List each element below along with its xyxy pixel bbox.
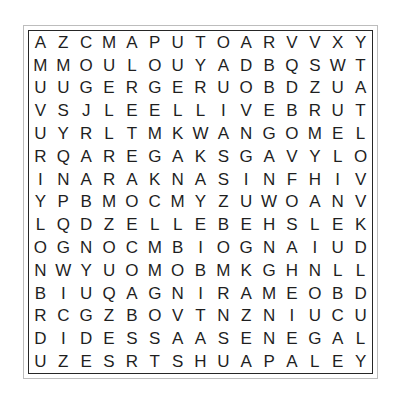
grid-cell[interactable]: P <box>52 191 75 214</box>
grid-cell[interactable]: N <box>29 259 52 282</box>
grid-cell[interactable]: K <box>143 168 166 191</box>
grid-cell[interactable]: T <box>349 54 372 77</box>
grid-cell[interactable]: L <box>166 213 189 236</box>
grid-cell[interactable]: M <box>212 259 235 282</box>
grid-cell[interactable]: R <box>98 145 121 168</box>
grid-cell[interactable]: I <box>52 327 75 350</box>
grid-cell[interactable]: E <box>75 350 98 373</box>
grid-cell[interactable]: T <box>143 350 166 373</box>
grid-cell[interactable]: R <box>258 31 281 54</box>
grid-cell[interactable]: N <box>258 327 281 350</box>
grid-cell[interactable]: U <box>326 77 349 100</box>
grid-cell[interactable]: O <box>120 191 143 214</box>
grid-cell[interactable]: N <box>166 282 189 305</box>
grid-cell[interactable]: S <box>281 213 304 236</box>
grid-cell[interactable]: L <box>120 54 143 77</box>
grid-cell[interactable]: O <box>212 236 235 259</box>
grid-cell[interactable]: Y <box>349 350 372 373</box>
grid-cell[interactable]: N <box>258 305 281 328</box>
grid-cell[interactable]: X <box>326 31 349 54</box>
grid-cell[interactable]: S <box>212 145 235 168</box>
grid-cell[interactable]: I <box>29 168 52 191</box>
grid-cell[interactable]: N <box>235 122 258 145</box>
grid-cell[interactable]: A <box>258 145 281 168</box>
grid-cell[interactable]: C <box>143 191 166 214</box>
grid-cell[interactable]: S <box>212 168 235 191</box>
grid-cell[interactable]: S <box>303 54 326 77</box>
grid-cell[interactable]: U <box>349 305 372 328</box>
grid-cell[interactable]: Y <box>349 31 372 54</box>
grid-cell[interactable]: A <box>303 191 326 214</box>
grid-cell[interactable]: R <box>29 305 52 328</box>
grid-cell[interactable]: L <box>98 99 121 122</box>
grid-cell[interactable]: A <box>281 350 304 373</box>
grid-cell[interactable]: R <box>120 77 143 100</box>
grid-cell[interactable]: Q <box>52 145 75 168</box>
grid-cell[interactable]: B <box>29 282 52 305</box>
grid-cell[interactable]: K <box>235 259 258 282</box>
grid-cell[interactable]: O <box>166 259 189 282</box>
grid-cell[interactable]: Y <box>303 145 326 168</box>
grid-cell[interactable]: E <box>189 213 212 236</box>
grid-cell[interactable]: B <box>326 282 349 305</box>
grid-cell[interactable]: S <box>52 99 75 122</box>
grid-cell[interactable]: A <box>75 145 98 168</box>
grid-cell[interactable]: R <box>120 350 143 373</box>
grid-cell[interactable]: S <box>166 350 189 373</box>
grid-cell[interactable]: Q <box>98 282 121 305</box>
grid-cell[interactable]: C <box>120 236 143 259</box>
grid-cell[interactable]: D <box>75 213 98 236</box>
grid-cell[interactable]: M <box>29 54 52 77</box>
grid-cell[interactable]: V <box>29 99 52 122</box>
grid-cell[interactable]: U <box>166 54 189 77</box>
grid-cell[interactable]: V <box>235 99 258 122</box>
grid-cell[interactable]: U <box>326 236 349 259</box>
grid-cell[interactable]: O <box>349 145 372 168</box>
grid-cell[interactable]: U <box>98 54 121 77</box>
grid-cell[interactable]: L <box>189 99 212 122</box>
grid-cell[interactable]: A <box>166 145 189 168</box>
grid-cell[interactable]: P <box>258 350 281 373</box>
grid-cell[interactable]: C <box>52 305 75 328</box>
grid-cell[interactable]: O <box>235 77 258 100</box>
grid-cell[interactable]: W <box>326 54 349 77</box>
grid-cell[interactable]: N <box>166 168 189 191</box>
grid-cell[interactable]: U <box>52 77 75 100</box>
grid-cell[interactable]: O <box>143 54 166 77</box>
grid-cell[interactable]: E <box>120 145 143 168</box>
grid-cell[interactable]: A <box>120 31 143 54</box>
grid-cell[interactable]: U <box>29 77 52 100</box>
grid-cell[interactable]: A <box>120 282 143 305</box>
grid-cell[interactable]: A <box>235 350 258 373</box>
grid-cell[interactable]: Y <box>189 191 212 214</box>
grid-cell[interactable]: R <box>29 145 52 168</box>
grid-cell[interactable]: A <box>326 327 349 350</box>
grid-cell[interactable]: L <box>303 213 326 236</box>
grid-cell[interactable]: L <box>349 122 372 145</box>
grid-cell[interactable]: A <box>75 168 98 191</box>
grid-cell[interactable]: M <box>166 191 189 214</box>
grid-cell[interactable]: I <box>303 236 326 259</box>
grid-cell[interactable]: M <box>258 282 281 305</box>
grid-cell[interactable]: U <box>303 305 326 328</box>
grid-cell[interactable]: I <box>281 305 304 328</box>
grid-cell[interactable]: O <box>212 31 235 54</box>
grid-cell[interactable]: R <box>303 99 326 122</box>
grid-cell[interactable]: P <box>143 31 166 54</box>
grid-cell[interactable]: A <box>281 236 304 259</box>
grid-cell[interactable]: T <box>120 122 143 145</box>
grid-cell[interactable]: G <box>143 282 166 305</box>
grid-cell[interactable]: J <box>75 99 98 122</box>
grid-cell[interactable]: E <box>281 327 304 350</box>
grid-cell[interactable]: Y <box>29 191 52 214</box>
grid-cell[interactable]: H <box>258 213 281 236</box>
grid-cell[interactable]: O <box>98 236 121 259</box>
grid-cell[interactable]: O <box>29 236 52 259</box>
grid-cell[interactable]: E <box>326 350 349 373</box>
grid-cell[interactable]: A <box>189 327 212 350</box>
grid-cell[interactable]: M <box>52 54 75 77</box>
grid-cell[interactable]: L <box>98 122 121 145</box>
grid-cell[interactable]: A <box>212 54 235 77</box>
grid-cell[interactable]: M <box>98 31 121 54</box>
grid-cell[interactable]: M <box>303 122 326 145</box>
grid-cell[interactable]: A <box>349 77 372 100</box>
grid-cell[interactable]: L <box>349 259 372 282</box>
grid-cell[interactable]: M <box>143 122 166 145</box>
grid-cell[interactable]: I <box>189 236 212 259</box>
grid-cell[interactable]: G <box>143 145 166 168</box>
grid-cell[interactable]: N <box>258 168 281 191</box>
grid-cell[interactable]: B <box>75 191 98 214</box>
grid-cell[interactable]: A <box>235 282 258 305</box>
grid-cell[interactable]: O <box>75 54 98 77</box>
grid-cell[interactable]: T <box>349 99 372 122</box>
grid-cell[interactable]: K <box>349 213 372 236</box>
grid-cell[interactable]: U <box>326 99 349 122</box>
grid-cell[interactable]: B <box>258 77 281 100</box>
grid-cell[interactable]: O <box>281 191 304 214</box>
grid-cell[interactable]: L <box>326 145 349 168</box>
grid-cell[interactable]: G <box>52 236 75 259</box>
grid-cell[interactable]: Z <box>52 31 75 54</box>
grid-cell[interactable]: D <box>75 327 98 350</box>
grid-cell[interactable]: U <box>212 350 235 373</box>
grid-cell[interactable]: Y <box>75 259 98 282</box>
grid-cell[interactable]: E <box>166 77 189 100</box>
grid-cell[interactable]: W <box>52 259 75 282</box>
grid-cell[interactable]: V <box>281 31 304 54</box>
grid-cell[interactable]: E <box>120 99 143 122</box>
grid-cell[interactable]: O <box>281 122 304 145</box>
grid-cell[interactable]: N <box>212 305 235 328</box>
grid-cell[interactable]: O <box>303 282 326 305</box>
grid-cell[interactable]: Z <box>303 77 326 100</box>
grid-cell[interactable]: B <box>258 54 281 77</box>
grid-cell[interactable]: E <box>258 99 281 122</box>
grid-cell[interactable]: G <box>143 77 166 100</box>
grid-cell[interactable]: E <box>281 282 304 305</box>
grid-cell[interactable]: N <box>75 236 98 259</box>
grid-cell[interactable]: U <box>29 350 52 373</box>
grid-cell[interactable]: C <box>75 31 98 54</box>
grid-cell[interactable]: V <box>349 191 372 214</box>
grid-cell[interactable]: W <box>258 191 281 214</box>
grid-cell[interactable]: R <box>75 122 98 145</box>
grid-cell[interactable]: O <box>120 259 143 282</box>
grid-cell[interactable]: E <box>143 99 166 122</box>
grid-cell[interactable]: Q <box>52 213 75 236</box>
grid-cell[interactable]: E <box>235 213 258 236</box>
grid-cell[interactable]: E <box>120 213 143 236</box>
grid-cell[interactable]: C <box>326 305 349 328</box>
grid-cell[interactable]: A <box>120 168 143 191</box>
grid-cell[interactable]: I <box>326 168 349 191</box>
grid-cell[interactable]: K <box>166 122 189 145</box>
grid-cell[interactable]: B <box>212 213 235 236</box>
grid-cell[interactable]: V <box>303 31 326 54</box>
grid-cell[interactable]: D <box>29 327 52 350</box>
grid-cell[interactable]: Y <box>52 122 75 145</box>
grid-cell[interactable]: D <box>349 236 372 259</box>
grid-cell[interactable]: T <box>189 305 212 328</box>
grid-cell[interactable]: U <box>98 259 121 282</box>
grid-cell[interactable]: I <box>212 99 235 122</box>
grid-cell[interactable]: F <box>281 168 304 191</box>
grid-cell[interactable]: V <box>166 305 189 328</box>
grid-cell[interactable]: A <box>235 31 258 54</box>
grid-cell[interactable]: U <box>212 77 235 100</box>
grid-cell[interactable]: H <box>189 350 212 373</box>
grid-cell[interactable]: W <box>189 122 212 145</box>
grid-cell[interactable]: U <box>29 122 52 145</box>
grid-cell[interactable]: Z <box>98 305 121 328</box>
grid-cell[interactable]: S <box>143 327 166 350</box>
grid-cell[interactable]: U <box>235 191 258 214</box>
grid-cell[interactable]: Z <box>235 305 258 328</box>
grid-cell[interactable]: R <box>189 77 212 100</box>
grid-cell[interactable]: L <box>143 213 166 236</box>
grid-cell[interactable]: M <box>143 236 166 259</box>
grid-cell[interactable]: N <box>326 191 349 214</box>
grid-cell[interactable]: Y <box>189 54 212 77</box>
grid-cell[interactable]: U <box>75 282 98 305</box>
grid-cell[interactable]: H <box>303 168 326 191</box>
grid-cell[interactable]: B <box>189 259 212 282</box>
grid-cell[interactable]: R <box>98 168 121 191</box>
grid-cell[interactable]: E <box>235 327 258 350</box>
grid-cell[interactable]: L <box>29 213 52 236</box>
grid-cell[interactable]: N <box>303 259 326 282</box>
grid-cell[interactable]: L <box>166 99 189 122</box>
grid-cell[interactable]: G <box>75 305 98 328</box>
grid-cell[interactable]: L <box>349 327 372 350</box>
word-search-board: AZCMAPUTOARVVXYMMOULOUYADBQSWTUUGERGERUO… <box>28 30 373 374</box>
grid-cell[interactable]: G <box>303 327 326 350</box>
grid-cell[interactable]: A <box>29 31 52 54</box>
grid-cell[interactable]: G <box>258 122 281 145</box>
grid-cell[interactable]: S <box>98 350 121 373</box>
grid-cell[interactable]: M <box>98 191 121 214</box>
grid-cell[interactable]: Q <box>281 54 304 77</box>
grid-cell[interactable]: B <box>166 236 189 259</box>
grid-cell[interactable]: B <box>120 305 143 328</box>
grid-cell[interactable]: L <box>326 259 349 282</box>
grid-cell[interactable]: N <box>258 236 281 259</box>
grid-cell[interactable]: I <box>235 168 258 191</box>
grid-cell[interactable]: Z <box>212 191 235 214</box>
grid-cell[interactable]: I <box>52 282 75 305</box>
grid-cell[interactable]: E <box>326 122 349 145</box>
grid-cell[interactable]: V <box>281 145 304 168</box>
grid-cell[interactable]: D <box>235 54 258 77</box>
grid-cell[interactable]: E <box>98 77 121 100</box>
grid-cell[interactable]: A <box>189 168 212 191</box>
grid-cell[interactable]: S <box>120 327 143 350</box>
grid-cell[interactable]: U <box>166 31 189 54</box>
grid-cell[interactable]: H <box>281 259 304 282</box>
grid-cell[interactable]: D <box>281 77 304 100</box>
grid-cell[interactable]: G <box>258 259 281 282</box>
grid-cell[interactable]: L <box>303 350 326 373</box>
grid-cell[interactable]: K <box>189 145 212 168</box>
grid-cell[interactable]: A <box>212 122 235 145</box>
grid-cell[interactable]: E <box>326 213 349 236</box>
grid-cell[interactable]: A <box>166 327 189 350</box>
grid-cell[interactable]: D <box>349 282 372 305</box>
grid-cell[interactable]: G <box>235 236 258 259</box>
grid-cell[interactable]: G <box>235 145 258 168</box>
grid-cell[interactable]: Z <box>98 213 121 236</box>
grid-cell[interactable]: R <box>212 282 235 305</box>
grid-cell[interactable]: E <box>98 327 121 350</box>
grid-cell[interactable]: I <box>189 282 212 305</box>
grid-cell[interactable]: M <box>143 259 166 282</box>
grid-cell[interactable]: V <box>349 168 372 191</box>
grid-cell[interactable]: N <box>52 168 75 191</box>
grid-cell[interactable]: G <box>75 77 98 100</box>
grid-cell[interactable]: B <box>281 99 304 122</box>
grid-cell[interactable]: T <box>189 31 212 54</box>
grid-cell[interactable]: O <box>143 305 166 328</box>
grid-cell[interactable]: Z <box>52 350 75 373</box>
grid-cell[interactable]: S <box>212 327 235 350</box>
